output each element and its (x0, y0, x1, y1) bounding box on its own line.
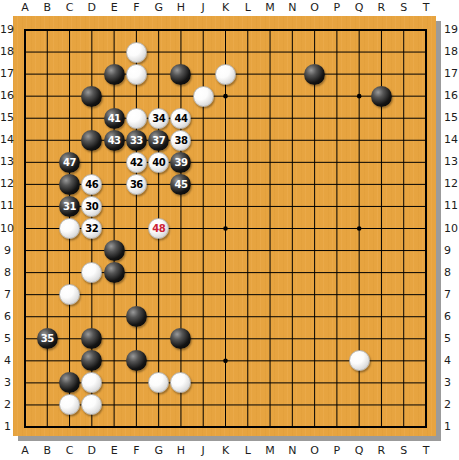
grid-lines-layer: 41344443333738474240394636453130324835 (25, 30, 426, 427)
stone-black-H17[interactable] (170, 64, 191, 85)
row-label-left-17: 17 (0, 67, 11, 81)
move-number: 47 (63, 157, 76, 168)
move-number: 41 (108, 113, 121, 124)
move-number: 43 (108, 135, 121, 146)
move-number: 40 (152, 157, 165, 168)
col-label-bottom-P: P (328, 444, 346, 458)
row-label-right-15: 15 (444, 111, 459, 125)
move-number: 42 (130, 157, 143, 168)
stone-white-G15[interactable]: 34 (148, 108, 169, 129)
col-label-top-J: J (194, 1, 212, 15)
row-label-right-2: 2 (444, 398, 459, 412)
stone-black-E14[interactable]: 43 (104, 130, 125, 151)
col-label-top-T: T (417, 1, 435, 15)
row-label-right-12: 12 (444, 177, 459, 191)
star-point (223, 94, 228, 99)
stone-white-F17[interactable] (126, 64, 147, 85)
col-label-top-N: N (283, 1, 301, 15)
col-label-bottom-D: D (83, 444, 101, 458)
stone-white-J16[interactable] (193, 86, 214, 107)
row-label-left-10: 10 (0, 222, 11, 236)
row-label-right-11: 11 (444, 199, 459, 213)
col-label-bottom-B: B (38, 444, 56, 458)
col-label-bottom-S: S (395, 444, 413, 458)
stone-black-F6[interactable] (126, 306, 147, 327)
row-label-left-4: 4 (0, 354, 11, 368)
move-number: 30 (85, 201, 98, 212)
col-label-top-F: F (127, 1, 145, 15)
row-label-left-9: 9 (0, 244, 11, 258)
stone-white-F18[interactable] (126, 42, 147, 63)
row-label-right-14: 14 (444, 133, 459, 147)
row-label-left-6: 6 (0, 310, 11, 324)
col-label-top-L: L (239, 1, 257, 15)
col-label-top-P: P (328, 1, 346, 15)
stone-black-E17[interactable] (104, 64, 125, 85)
star-point (357, 94, 362, 99)
row-label-left-13: 13 (0, 155, 11, 169)
row-label-right-16: 16 (444, 89, 459, 103)
row-label-right-19: 19 (444, 23, 459, 37)
col-label-top-R: R (372, 1, 390, 15)
col-label-top-C: C (61, 1, 79, 15)
stone-white-G13[interactable]: 40 (148, 152, 169, 173)
row-label-right-9: 9 (444, 244, 459, 258)
row-label-right-1: 1 (444, 420, 459, 434)
row-label-left-3: 3 (0, 376, 11, 390)
move-number: 35 (41, 333, 54, 344)
row-label-left-11: 11 (0, 199, 11, 213)
col-label-bottom-E: E (105, 444, 123, 458)
move-number: 48 (152, 223, 165, 234)
row-label-left-14: 14 (0, 133, 11, 147)
row-label-right-6: 6 (444, 310, 459, 324)
move-number: 31 (63, 201, 76, 212)
row-label-right-7: 7 (444, 288, 459, 302)
col-label-bottom-C: C (61, 444, 79, 458)
move-number: 33 (130, 135, 143, 146)
col-label-top-A: A (16, 1, 34, 15)
col-label-bottom-Q: Q (350, 444, 368, 458)
col-label-top-G: G (150, 1, 168, 15)
go-diagram-page: { "game": "go", "board_size": 19, "coord… (0, 0, 459, 460)
col-label-top-K: K (217, 1, 235, 15)
go-board[interactable]: 41344443333738474240394636453130324835 (13, 16, 436, 436)
row-label-left-19: 19 (0, 23, 11, 37)
col-label-top-D: D (83, 1, 101, 15)
stone-black-O17[interactable] (304, 64, 325, 85)
col-label-top-M: M (261, 1, 279, 15)
star-point (357, 226, 362, 231)
stone-black-F14[interactable]: 33 (126, 130, 147, 151)
col-label-bottom-A: A (16, 444, 34, 458)
col-label-bottom-G: G (150, 444, 168, 458)
row-label-left-7: 7 (0, 288, 11, 302)
row-label-right-4: 4 (444, 354, 459, 368)
col-label-bottom-J: J (194, 444, 212, 458)
col-label-bottom-N: N (283, 444, 301, 458)
col-label-top-Q: Q (350, 1, 368, 15)
stone-black-D14[interactable] (81, 130, 102, 151)
col-label-bottom-H: H (172, 444, 190, 458)
row-label-left-16: 16 (0, 89, 11, 103)
move-number: 39 (174, 157, 187, 168)
move-number: 44 (174, 113, 187, 124)
col-label-top-B: B (38, 1, 56, 15)
stone-white-F13[interactable]: 42 (126, 152, 147, 173)
col-label-bottom-F: F (127, 444, 145, 458)
row-label-left-8: 8 (0, 266, 11, 280)
move-number: 38 (174, 135, 187, 146)
stone-white-Q4[interactable] (349, 350, 370, 371)
stone-white-F15[interactable] (126, 108, 147, 129)
stone-black-E8[interactable] (104, 262, 125, 283)
stone-white-F12[interactable]: 36 (126, 174, 147, 195)
row-label-right-13: 13 (444, 155, 459, 169)
move-number: 34 (152, 113, 165, 124)
row-label-right-5: 5 (444, 332, 459, 346)
stone-black-C12[interactable] (59, 174, 80, 195)
stone-white-C10[interactable] (59, 218, 80, 239)
row-label-left-1: 1 (0, 420, 11, 434)
stone-black-C13[interactable]: 47 (59, 152, 80, 173)
row-label-right-17: 17 (444, 67, 459, 81)
row-label-left-15: 15 (0, 111, 11, 125)
star-point (223, 359, 228, 364)
stone-black-E15[interactable]: 41 (104, 108, 125, 129)
col-label-top-E: E (105, 1, 123, 15)
col-label-bottom-T: T (417, 444, 435, 458)
row-label-right-18: 18 (444, 45, 459, 59)
col-label-bottom-K: K (217, 444, 235, 458)
star-point (223, 226, 228, 231)
move-number: 45 (174, 179, 187, 190)
stone-black-B5[interactable]: 35 (37, 328, 58, 349)
row-label-left-2: 2 (0, 398, 11, 412)
col-label-top-O: O (306, 1, 324, 15)
move-number: 36 (130, 179, 143, 190)
stone-black-C11[interactable]: 31 (59, 196, 80, 217)
stone-white-G10[interactable]: 48 (148, 218, 169, 239)
move-number: 46 (85, 179, 98, 190)
row-label-right-8: 8 (444, 266, 459, 280)
row-label-left-5: 5 (0, 332, 11, 346)
row-label-left-18: 18 (0, 45, 11, 59)
stone-black-R16[interactable] (371, 86, 392, 107)
stone-black-D16[interactable] (81, 86, 102, 107)
col-label-bottom-O: O (306, 444, 324, 458)
row-label-right-10: 10 (444, 222, 459, 236)
stone-white-K17[interactable] (215, 64, 236, 85)
stone-black-G14[interactable]: 37 (148, 130, 169, 151)
col-label-bottom-L: L (239, 444, 257, 458)
row-label-right-3: 3 (444, 376, 459, 390)
move-number: 37 (152, 135, 165, 146)
col-label-bottom-R: R (372, 444, 390, 458)
col-label-top-H: H (172, 1, 190, 15)
move-number: 32 (85, 223, 98, 234)
col-label-top-S: S (395, 1, 413, 15)
row-label-left-12: 12 (0, 177, 11, 191)
stone-black-E9[interactable] (104, 240, 125, 261)
col-label-bottom-M: M (261, 444, 279, 458)
